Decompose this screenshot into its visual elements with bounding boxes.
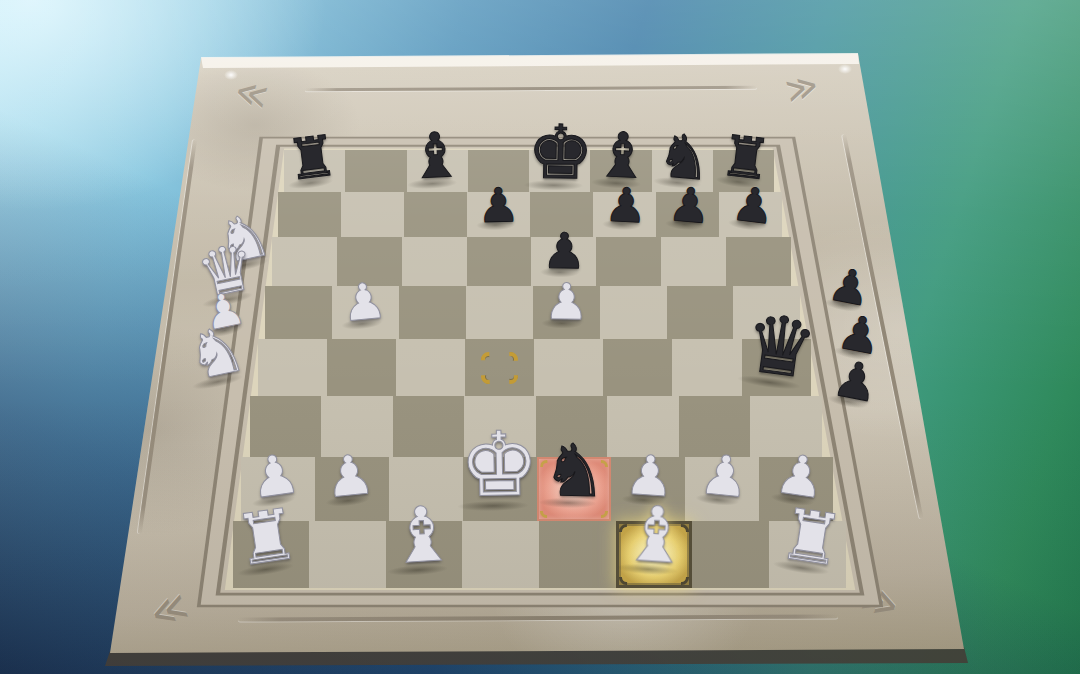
square-g1[interactable] bbox=[692, 521, 769, 588]
square-d1[interactable] bbox=[462, 521, 539, 588]
chess-titans-scene: ≪ ≫ ≫ ≪ ♜♝♚♝♞♜♟♟♟♟♟♟♟♛♟♟♚♞♟♟♟♜♝♝♜ ♞♛♟♞♟♟… bbox=[0, 0, 1080, 674]
black-pawn-glyph: ♟ bbox=[603, 180, 647, 229]
square-a6[interactable] bbox=[272, 237, 337, 286]
black-queen-h4[interactable]: ♛ bbox=[740, 302, 822, 391]
black-pawn-f7[interactable]: ♟ bbox=[603, 180, 647, 229]
white-pawn-b2[interactable]: ♟ bbox=[323, 447, 378, 507]
white-bishop-c1[interactable]: ♝ bbox=[386, 495, 459, 575]
square-d4[interactable] bbox=[465, 339, 534, 396]
white-pawn-e5[interactable]: ♟ bbox=[544, 276, 590, 327]
square-b1[interactable] bbox=[309, 521, 386, 588]
board-row-rank-4 bbox=[258, 339, 811, 396]
square-a5[interactable] bbox=[265, 286, 332, 339]
black-bishop-c8[interactable]: ♝ bbox=[406, 124, 465, 189]
square-g4[interactable] bbox=[672, 339, 741, 396]
white-pawn-glyph: ♟ bbox=[697, 446, 752, 506]
black-pawn-h7[interactable]: ♟ bbox=[729, 179, 776, 231]
black-pawn-glyph: ♟ bbox=[729, 179, 776, 231]
white-rook-glyph: ♜ bbox=[776, 498, 849, 577]
black-rook-glyph: ♜ bbox=[284, 127, 341, 189]
white-king-glyph: ♚ bbox=[459, 419, 540, 510]
white-rook-h1[interactable]: ♜ bbox=[776, 498, 849, 577]
square-g5[interactable] bbox=[667, 286, 734, 339]
black-queen-glyph: ♛ bbox=[740, 302, 822, 391]
black-knight-glyph: ♞ bbox=[542, 434, 608, 507]
captured-black-pawn-2: ♟ bbox=[829, 353, 883, 411]
board-row-rank-1 bbox=[233, 521, 846, 588]
square-a7[interactable] bbox=[278, 192, 341, 237]
black-pawn-glyph: ♟ bbox=[666, 179, 712, 229]
square-b8[interactable] bbox=[345, 150, 406, 192]
black-pawn-d7[interactable]: ♟ bbox=[477, 181, 520, 229]
white-bishop-glyph: ♝ bbox=[620, 495, 693, 575]
square-c4[interactable] bbox=[396, 339, 465, 396]
white-rook-a1[interactable]: ♜ bbox=[230, 498, 302, 576]
white-bishop-f1[interactable]: ♝ bbox=[620, 495, 693, 575]
white-rook-glyph: ♜ bbox=[230, 498, 302, 576]
square-e1[interactable] bbox=[539, 521, 616, 588]
square-d6[interactable] bbox=[467, 237, 532, 286]
square-b7[interactable] bbox=[341, 192, 404, 237]
black-pawn-glyph: ♟ bbox=[477, 181, 520, 229]
square-c6[interactable] bbox=[402, 237, 467, 286]
square-h6[interactable] bbox=[726, 237, 791, 286]
square-e4[interactable] bbox=[534, 339, 603, 396]
square-c5[interactable] bbox=[399, 286, 466, 339]
black-pawn-e6[interactable]: ♟ bbox=[542, 226, 587, 276]
black-rook-a8[interactable]: ♜ bbox=[284, 127, 341, 189]
white-pawn-glyph: ♟ bbox=[323, 447, 378, 507]
square-d5[interactable] bbox=[466, 286, 533, 339]
white-pawn-g2[interactable]: ♟ bbox=[697, 446, 752, 506]
black-bishop-glyph: ♝ bbox=[406, 124, 465, 189]
square-f6[interactable] bbox=[596, 237, 661, 286]
square-g6[interactable] bbox=[661, 237, 726, 286]
black-pawn-glyph: ♟ bbox=[829, 353, 883, 411]
white-pawn-glyph: ♟ bbox=[339, 275, 388, 329]
chess-board bbox=[0, 0, 1080, 674]
white-bishop-glyph: ♝ bbox=[386, 495, 459, 575]
white-pawn-glyph: ♟ bbox=[544, 276, 590, 327]
square-f5[interactable] bbox=[600, 286, 667, 339]
square-b4[interactable] bbox=[327, 339, 396, 396]
black-pawn-g7[interactable]: ♟ bbox=[666, 179, 712, 229]
square-a4[interactable] bbox=[258, 339, 327, 396]
square-f4[interactable] bbox=[603, 339, 672, 396]
black-knight-e2[interactable]: ♞ bbox=[542, 434, 608, 507]
black-pawn-glyph: ♟ bbox=[542, 226, 587, 276]
square-c3[interactable] bbox=[393, 396, 465, 457]
square-c7[interactable] bbox=[404, 192, 467, 237]
last-move-gold-chevrons bbox=[465, 339, 534, 396]
white-king-d2[interactable]: ♚ bbox=[459, 419, 540, 510]
white-pawn-b5[interactable]: ♟ bbox=[339, 275, 388, 329]
